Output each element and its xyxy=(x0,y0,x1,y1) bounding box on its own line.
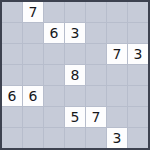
empty-cell-r4c1[interactable] xyxy=(2,65,22,85)
empty-cell-r5c5[interactable] xyxy=(86,86,106,106)
empty-cell-r5c4[interactable] xyxy=(65,86,85,106)
empty-cell-r2c5[interactable] xyxy=(86,23,106,43)
empty-cell-r3c1[interactable] xyxy=(2,44,22,64)
empty-cell-r6c6[interactable] xyxy=(107,107,127,127)
empty-cell-r2c1[interactable] xyxy=(2,23,22,43)
empty-cell-r2c2[interactable] xyxy=(23,23,43,43)
puzzle-board: 76373866573 xyxy=(0,0,150,150)
empty-cell-r6c1[interactable] xyxy=(2,107,22,127)
empty-cell-r3c3[interactable] xyxy=(44,44,64,64)
empty-cell-r4c6[interactable] xyxy=(107,65,127,85)
empty-cell-r1c5[interactable] xyxy=(86,2,106,22)
clue-cell-r7c6: 3 xyxy=(107,128,127,148)
empty-cell-r3c2[interactable] xyxy=(23,44,43,64)
clue-cell-r3c6: 7 xyxy=(107,44,127,64)
clue-cell-r3c7: 3 xyxy=(128,44,148,64)
clue-cell-r1c2: 7 xyxy=(23,2,43,22)
empty-cell-r3c4[interactable] xyxy=(65,44,85,64)
empty-cell-r1c3[interactable] xyxy=(44,2,64,22)
empty-cell-r6c2[interactable] xyxy=(23,107,43,127)
empty-cell-r6c7[interactable] xyxy=(128,107,148,127)
empty-cell-r1c6[interactable] xyxy=(107,2,127,22)
empty-cell-r7c3[interactable] xyxy=(44,128,64,148)
empty-cell-r1c7[interactable] xyxy=(128,2,148,22)
empty-cell-r5c7[interactable] xyxy=(128,86,148,106)
clue-cell-r2c3: 6 xyxy=(44,23,64,43)
clue-cell-r6c4: 5 xyxy=(65,107,85,127)
empty-cell-r2c7[interactable] xyxy=(128,23,148,43)
empty-cell-r6c3[interactable] xyxy=(44,107,64,127)
clue-cell-r5c1: 6 xyxy=(2,86,22,106)
empty-cell-r4c2[interactable] xyxy=(23,65,43,85)
empty-cell-r7c4[interactable] xyxy=(65,128,85,148)
empty-cell-r7c1[interactable] xyxy=(2,128,22,148)
clue-cell-r6c5: 7 xyxy=(86,107,106,127)
empty-cell-r7c2[interactable] xyxy=(23,128,43,148)
empty-cell-r5c3[interactable] xyxy=(44,86,64,106)
empty-cell-r7c7[interactable] xyxy=(128,128,148,148)
clue-cell-r4c4: 8 xyxy=(65,65,85,85)
empty-cell-r5c6[interactable] xyxy=(107,86,127,106)
empty-cell-r4c7[interactable] xyxy=(128,65,148,85)
empty-cell-r4c5[interactable] xyxy=(86,65,106,85)
clue-cell-r5c2: 6 xyxy=(23,86,43,106)
empty-cell-r1c1[interactable] xyxy=(2,2,22,22)
empty-cell-r2c6[interactable] xyxy=(107,23,127,43)
empty-cell-r3c5[interactable] xyxy=(86,44,106,64)
clue-cell-r2c4: 3 xyxy=(65,23,85,43)
empty-cell-r1c4[interactable] xyxy=(65,2,85,22)
empty-cell-r7c5[interactable] xyxy=(86,128,106,148)
empty-cell-r4c3[interactable] xyxy=(44,65,64,85)
